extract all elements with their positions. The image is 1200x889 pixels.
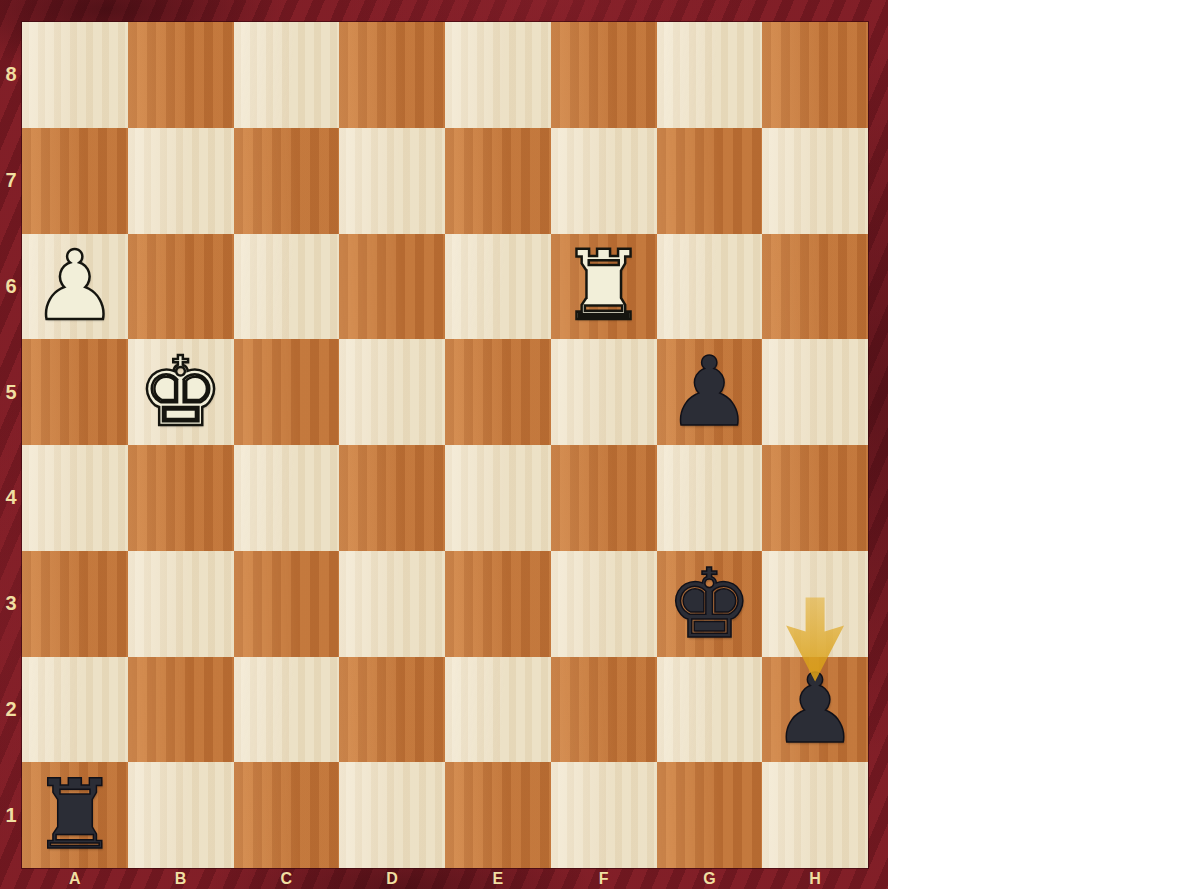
square-f3[interactable] — [551, 551, 657, 657]
rank-label-3: 3 — [0, 551, 22, 657]
square-e6[interactable] — [445, 234, 551, 340]
square-c8[interactable] — [234, 22, 340, 128]
square-e4[interactable] — [445, 445, 551, 551]
square-d1[interactable] — [339, 762, 445, 868]
black-pawn-g5[interactable]: ♟ — [666, 344, 752, 440]
rank-label-7: 7 — [0, 128, 22, 234]
square-b5[interactable]: ♚ — [128, 339, 234, 445]
square-c6[interactable] — [234, 234, 340, 340]
square-f5[interactable] — [551, 339, 657, 445]
square-a6[interactable]: ♟ — [22, 234, 128, 340]
file-label-c: C — [234, 868, 340, 889]
square-f1[interactable] — [551, 762, 657, 868]
square-a8[interactable] — [22, 22, 128, 128]
black-rook-a1[interactable]: ♜ — [32, 767, 118, 863]
square-e1[interactable] — [445, 762, 551, 868]
square-d3[interactable] — [339, 551, 445, 657]
square-g8[interactable] — [657, 22, 763, 128]
square-a5[interactable] — [22, 339, 128, 445]
square-h1[interactable] — [762, 762, 868, 868]
square-c3[interactable] — [234, 551, 340, 657]
square-c4[interactable] — [234, 445, 340, 551]
square-g7[interactable] — [657, 128, 763, 234]
file-label-a: A — [22, 868, 128, 889]
file-label-h: H — [762, 868, 868, 889]
square-f7[interactable] — [551, 128, 657, 234]
rank-labels: 8 7 6 5 4 3 2 1 — [0, 22, 22, 868]
square-e5[interactable] — [445, 339, 551, 445]
square-g1[interactable] — [657, 762, 763, 868]
square-e3[interactable] — [445, 551, 551, 657]
white-pawn-a6[interactable]: ♟ — [32, 238, 118, 334]
white-king-b5[interactable]: ♚ — [138, 344, 224, 440]
square-c5[interactable] — [234, 339, 340, 445]
squares-grid: ♟♜♚♟♚♟♜ — [22, 22, 868, 868]
rank-label-6: 6 — [0, 234, 22, 340]
white-rook-f6[interactable]: ♜ — [561, 238, 647, 334]
file-labels: A B C D E F G H — [22, 868, 868, 889]
square-a1[interactable]: ♜ — [22, 762, 128, 868]
page: 8 7 6 5 4 3 2 1 ♟♜♚♟♚♟♜ A B C D E — [0, 0, 1200, 889]
square-b6[interactable] — [128, 234, 234, 340]
square-g4[interactable] — [657, 445, 763, 551]
square-a4[interactable] — [22, 445, 128, 551]
rank-label-1: 1 — [0, 762, 22, 868]
square-h4[interactable] — [762, 445, 868, 551]
black-pawn-h2[interactable]: ♟ — [772, 661, 858, 757]
black-king-g3[interactable]: ♚ — [666, 556, 752, 652]
square-d4[interactable] — [339, 445, 445, 551]
square-b8[interactable] — [128, 22, 234, 128]
square-e7[interactable] — [445, 128, 551, 234]
square-a7[interactable] — [22, 128, 128, 234]
rank-label-2: 2 — [0, 657, 22, 763]
square-b3[interactable] — [128, 551, 234, 657]
rank-label-4: 4 — [0, 445, 22, 551]
square-d5[interactable] — [339, 339, 445, 445]
square-b1[interactable] — [128, 762, 234, 868]
file-label-e: E — [445, 868, 551, 889]
rank-label-8: 8 — [0, 22, 22, 128]
square-f6[interactable]: ♜ — [551, 234, 657, 340]
chess-board: 8 7 6 5 4 3 2 1 ♟♜♚♟♚♟♜ A B C D E — [0, 0, 888, 889]
square-c1[interactable] — [234, 762, 340, 868]
square-h8[interactable] — [762, 22, 868, 128]
file-label-b: B — [128, 868, 234, 889]
square-c7[interactable] — [234, 128, 340, 234]
square-d2[interactable] — [339, 657, 445, 763]
square-b2[interactable] — [128, 657, 234, 763]
square-g3[interactable]: ♚ — [657, 551, 763, 657]
file-label-f: F — [551, 868, 657, 889]
square-e8[interactable] — [445, 22, 551, 128]
file-label-g: G — [657, 868, 763, 889]
square-d8[interactable] — [339, 22, 445, 128]
square-a2[interactable] — [22, 657, 128, 763]
square-f8[interactable] — [551, 22, 657, 128]
square-g5[interactable]: ♟ — [657, 339, 763, 445]
square-f4[interactable] — [551, 445, 657, 551]
square-e2[interactable] — [445, 657, 551, 763]
rank-label-5: 5 — [0, 339, 22, 445]
square-g6[interactable] — [657, 234, 763, 340]
square-d6[interactable] — [339, 234, 445, 340]
square-h7[interactable] — [762, 128, 868, 234]
square-h6[interactable] — [762, 234, 868, 340]
square-g2[interactable] — [657, 657, 763, 763]
square-h2[interactable]: ♟ — [762, 657, 868, 763]
square-b7[interactable] — [128, 128, 234, 234]
square-h3[interactable] — [762, 551, 868, 657]
square-f2[interactable] — [551, 657, 657, 763]
square-d7[interactable] — [339, 128, 445, 234]
square-h5[interactable] — [762, 339, 868, 445]
square-b4[interactable] — [128, 445, 234, 551]
file-label-d: D — [339, 868, 445, 889]
square-c2[interactable] — [234, 657, 340, 763]
square-a3[interactable] — [22, 551, 128, 657]
